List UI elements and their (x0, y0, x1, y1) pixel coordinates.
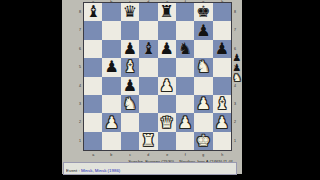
black-knight-piece: ♞ (178, 40, 192, 58)
square-e8[interactable]: ♜ (158, 3, 176, 21)
video-frame: abcdefgh abcdefgh 87654321 87654321 ♝♛♜♚… (0, 0, 320, 180)
black-queen-piece: ♛ (123, 3, 137, 21)
white-knight-piece: ♞ (196, 58, 210, 76)
square-a6[interactable] (84, 40, 102, 58)
black-king-piece: ♚ (196, 3, 210, 21)
square-g2[interactable] (194, 113, 212, 131)
rank-label-1: 1 (79, 137, 82, 145)
square-f2[interactable]: ♟ (176, 113, 194, 131)
chess-board: ♝♛♜♚♟♟♝♟♞♟♟♝♞♟♟♞♟♝♟♛♟♟♜♚ (83, 2, 232, 151)
square-h2[interactable]: ♟ (213, 113, 231, 131)
square-e3[interactable] (158, 95, 176, 113)
rank-label-5: 5 (79, 63, 82, 71)
rank-label-1: 1 (233, 137, 236, 145)
rank-label-2: 2 (233, 118, 236, 126)
black-pawn-piece: ♟ (196, 22, 210, 40)
rank-label-3: 3 (233, 100, 236, 108)
side-to-move: ... Black (72, 173, 88, 175)
square-g1[interactable]: ♚ (194, 132, 212, 150)
white-pawn-piece: ♟ (178, 114, 192, 132)
rank-label-8: 8 (79, 8, 82, 16)
square-g4[interactable] (194, 77, 212, 95)
white-queen-piece: ♛ (160, 114, 174, 132)
square-d6[interactable]: ♝ (139, 40, 157, 58)
black-pawn-piece: ♟ (104, 58, 118, 76)
square-c3[interactable]: ♞ (121, 95, 139, 113)
square-g6[interactable] (194, 40, 212, 58)
square-h8[interactable] (213, 3, 231, 21)
game-info-panel: Event : Minsk, Minsk (1986) #1 ... Black… (63, 162, 237, 175)
square-c6[interactable]: ♟ (121, 40, 139, 58)
status-row: #1 ... Black Next : 24.Bxd6 Length : 52 … (66, 168, 237, 173)
black-pawn-piece: ♟ (160, 40, 174, 58)
square-g8[interactable]: ♚ (194, 3, 212, 21)
square-a7[interactable] (84, 21, 102, 39)
square-e1[interactable] (158, 132, 176, 150)
square-c7[interactable] (121, 21, 139, 39)
length-label: Length : (131, 173, 147, 175)
square-b3[interactable] (102, 95, 120, 113)
white-knight-piece: ♞ (123, 95, 137, 113)
square-b8[interactable] (102, 3, 120, 21)
square-b4[interactable] (102, 77, 120, 95)
rank-label-3: 3 (79, 100, 82, 108)
square-h6[interactable]: ♟ (213, 40, 231, 58)
square-g5[interactable]: ♞ (194, 58, 212, 76)
rank-label-8: 8 (233, 8, 236, 16)
white-pawn-piece: ♟ (215, 114, 229, 132)
square-f3[interactable] (176, 95, 194, 113)
rank-label-7: 7 (233, 26, 236, 34)
square-a2[interactable] (84, 113, 102, 131)
rank-label-7: 7 (79, 26, 82, 34)
next-move-label: Next : (95, 173, 106, 175)
square-f1[interactable] (176, 132, 194, 150)
square-d1[interactable]: ♜ (139, 132, 157, 150)
square-h5[interactable] (213, 58, 231, 76)
rank-label-2: 2 (79, 118, 82, 126)
square-c5[interactable]: ♝ (121, 58, 139, 76)
white-pawn-piece: ♟ (196, 95, 210, 113)
square-d8[interactable] (139, 3, 157, 21)
square-h3[interactable]: ♝ (213, 95, 231, 113)
square-d4[interactable] (139, 77, 157, 95)
square-b2[interactable]: ♟ (102, 113, 120, 131)
square-f4[interactable] (176, 77, 194, 95)
captured-white-knight-icon: ♞ (233, 73, 242, 83)
material-value: +2 (180, 173, 185, 175)
black-pawn-piece: ♟ (123, 77, 137, 95)
square-a5[interactable] (84, 58, 102, 76)
square-b7[interactable] (102, 21, 120, 39)
square-d5[interactable] (139, 58, 157, 76)
white-pawn-piece: ♟ (160, 77, 174, 95)
square-f5[interactable] (176, 58, 194, 76)
square-a8[interactable]: ♝ (84, 3, 102, 21)
white-bishop-piece: ♝ (215, 95, 229, 113)
length-value: 52 (149, 173, 154, 175)
square-d3[interactable] (139, 95, 157, 113)
square-a1[interactable] (84, 132, 102, 150)
square-b5[interactable]: ♟ (102, 58, 120, 76)
square-h4[interactable] (213, 77, 231, 95)
captured-pieces-tray: ♟♟♞ (232, 53, 242, 83)
black-rook-piece: ♜ (160, 3, 174, 21)
square-e7[interactable] (158, 21, 176, 39)
square-e4[interactable]: ♟ (158, 77, 176, 95)
square-g7[interactable]: ♟ (194, 21, 212, 39)
square-c2[interactable] (121, 113, 139, 131)
black-pawn-piece: ♟ (215, 40, 229, 58)
black-pawn-piece: ♟ (123, 40, 137, 58)
square-f8[interactable] (176, 3, 194, 21)
square-d7[interactable] (139, 21, 157, 39)
black-bishop-piece: ♝ (86, 3, 100, 21)
square-a4[interactable] (84, 77, 102, 95)
rank-label-4: 4 (79, 82, 82, 90)
rank-label-6: 6 (79, 45, 82, 53)
square-e2[interactable]: ♛ (158, 113, 176, 131)
white-king-piece: ♚ (196, 132, 210, 150)
square-d2[interactable] (139, 113, 157, 131)
square-c8[interactable]: ♛ (121, 3, 139, 21)
square-e6[interactable]: ♟ (158, 40, 176, 58)
square-f7[interactable] (176, 21, 194, 39)
square-f6[interactable]: ♞ (176, 40, 194, 58)
square-c4[interactable]: ♟ (121, 77, 139, 95)
white-bishop-piece: ♝ (123, 58, 137, 76)
square-c1[interactable] (121, 132, 139, 150)
material-label: Material : (161, 173, 179, 175)
next-move-value: 24.Bxd6 (108, 173, 124, 175)
white-pawn-piece: ♟ (104, 114, 118, 132)
move-number: #1 (66, 173, 71, 175)
square-e5[interactable] (158, 58, 176, 76)
square-g3[interactable]: ♟ (194, 95, 212, 113)
square-h7[interactable] (213, 21, 231, 39)
black-bishop-piece: ♝ (141, 40, 155, 58)
square-h1[interactable] (213, 132, 231, 150)
white-rook-piece: ♜ (141, 132, 155, 150)
square-b1[interactable] (102, 132, 120, 150)
square-a3[interactable] (84, 95, 102, 113)
square-b6[interactable] (102, 40, 120, 58)
